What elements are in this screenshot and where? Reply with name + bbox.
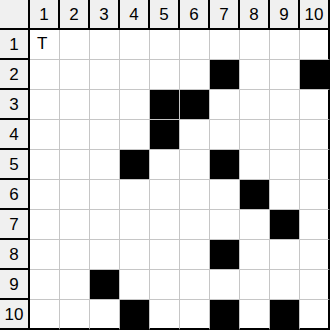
grid-cell-r8c6[interactable] — [180, 240, 210, 270]
grid-cell-r4c6[interactable] — [180, 120, 210, 150]
grid-cell-r8c8[interactable] — [240, 240, 270, 270]
grid-cell-r5c5[interactable] — [150, 150, 180, 180]
grid-cell-r7c9[interactable] — [270, 210, 300, 240]
grid-cell-r8c10[interactable] — [300, 240, 330, 270]
row-header-2: 2 — [0, 60, 30, 90]
grid-cell-r8c2[interactable] — [60, 240, 90, 270]
grid-cell-r5c4[interactable] — [120, 150, 150, 180]
grid-cell-r9c7[interactable] — [210, 270, 240, 300]
col-header-4: 4 — [120, 0, 150, 30]
row-header-6: 6 — [0, 180, 30, 210]
grid-cell-r4c7[interactable] — [210, 120, 240, 150]
grid-cell-r1c4[interactable] — [120, 30, 150, 60]
grid-cell-r7c3[interactable] — [90, 210, 120, 240]
grid-cell-r3c8[interactable] — [240, 90, 270, 120]
grid-cell-r8c3[interactable] — [90, 240, 120, 270]
grid-cell-r9c6[interactable] — [180, 270, 210, 300]
grid-cell-r5c3[interactable] — [90, 150, 120, 180]
grid-cell-r10c1[interactable] — [30, 300, 60, 330]
grid-cell-r4c2[interactable] — [60, 120, 90, 150]
grid-cell-r6c10[interactable] — [300, 180, 330, 210]
grid-cell-r3c3[interactable] — [90, 90, 120, 120]
grid-cell-r2c7[interactable] — [210, 60, 240, 90]
grid-cell-r4c9[interactable] — [270, 120, 300, 150]
grid-cell-r7c8[interactable] — [240, 210, 270, 240]
grid-cell-r3c1[interactable] — [30, 90, 60, 120]
grid-cell-r3c10[interactable] — [300, 90, 330, 120]
grid-cell-r10c8[interactable] — [240, 300, 270, 330]
grid-cell-r10c6[interactable] — [180, 300, 210, 330]
grid-cell-r9c1[interactable] — [30, 270, 60, 300]
grid-cell-r4c10[interactable] — [300, 120, 330, 150]
col-header-1: 1 — [30, 0, 60, 30]
grid-cell-r6c8[interactable] — [240, 180, 270, 210]
grid-cell-r6c3[interactable] — [90, 180, 120, 210]
grid-cell-r8c4[interactable] — [120, 240, 150, 270]
grid-cell-r9c3[interactable] — [90, 270, 120, 300]
grid-cell-r9c4[interactable] — [120, 270, 150, 300]
grid-cell-r6c9[interactable] — [270, 180, 300, 210]
grid-cell-r5c7[interactable] — [210, 150, 240, 180]
grid-cell-r7c2[interactable] — [60, 210, 90, 240]
grid-cell-r6c6[interactable] — [180, 180, 210, 210]
grid-cell-r10c7[interactable] — [210, 300, 240, 330]
col-header-8: 8 — [240, 0, 270, 30]
grid-cell-r7c7[interactable] — [210, 210, 240, 240]
grid-cell-r2c3[interactable] — [90, 60, 120, 90]
grid-cell-r5c9[interactable] — [270, 150, 300, 180]
grid-cell-r9c2[interactable] — [60, 270, 90, 300]
grid-cell-r7c10[interactable] — [300, 210, 330, 240]
row-header-5: 5 — [0, 150, 30, 180]
grid-cell-r2c6[interactable] — [180, 60, 210, 90]
row-header-7: 7 — [0, 210, 30, 240]
grid-cell-r7c1[interactable] — [30, 210, 60, 240]
grid-cell-r4c1[interactable] — [30, 120, 60, 150]
grid-cell-r1c10[interactable] — [300, 30, 330, 60]
grid-cell-r10c3[interactable] — [90, 300, 120, 330]
row-header-1: 1 — [0, 30, 30, 60]
grid-cell-r8c5[interactable] — [150, 240, 180, 270]
grid-cell-r5c1[interactable] — [30, 150, 60, 180]
col-header-3: 3 — [90, 0, 120, 30]
grid-cell-r10c4[interactable] — [120, 300, 150, 330]
grid-cell-r3c9[interactable] — [270, 90, 300, 120]
row-header-9: 9 — [0, 270, 30, 300]
grid-cell-r5c10[interactable] — [300, 150, 330, 180]
col-header-5: 5 — [150, 0, 180, 30]
grid-cell-r10c10[interactable] — [300, 300, 330, 330]
grid-cell-r3c2[interactable] — [60, 90, 90, 120]
grid-cell-r4c3[interactable] — [90, 120, 120, 150]
grid-cell-r7c4[interactable] — [120, 210, 150, 240]
grid-cell-r9c8[interactable] — [240, 270, 270, 300]
grid-cell-r5c2[interactable] — [60, 150, 90, 180]
grid-cell-r9c10[interactable] — [300, 270, 330, 300]
grid-cell-r1c9[interactable] — [270, 30, 300, 60]
grid-cell-r2c2[interactable] — [60, 60, 90, 90]
grid-cell-r10c5[interactable] — [150, 300, 180, 330]
grid-cell-r1c6[interactable] — [180, 30, 210, 60]
grid-cell-r6c1[interactable] — [30, 180, 60, 210]
grid-cell-r7c6[interactable] — [180, 210, 210, 240]
grid-cell-r5c8[interactable] — [240, 150, 270, 180]
grid-cell-r9c9[interactable] — [270, 270, 300, 300]
grid-cell-r1c8[interactable] — [240, 30, 270, 60]
row-header-3: 3 — [0, 90, 30, 120]
corner-cell — [0, 0, 30, 30]
grid-cell-r6c5[interactable] — [150, 180, 180, 210]
marker-cell-T[interactable]: T — [30, 30, 60, 60]
grid-cell-r4c8[interactable] — [240, 120, 270, 150]
grid-cell-r1c3[interactable] — [90, 30, 120, 60]
grid-cell-r2c8[interactable] — [240, 60, 270, 90]
row-header-4: 4 — [0, 120, 30, 150]
col-header-10: 10 — [300, 0, 330, 30]
grid-cell-r10c9[interactable] — [270, 300, 300, 330]
grid-cell-r8c7[interactable] — [210, 240, 240, 270]
grid-cell-r3c5[interactable] — [150, 90, 180, 120]
grid-cell-r6c7[interactable] — [210, 180, 240, 210]
col-header-7: 7 — [210, 0, 240, 30]
row-header-10: 10 — [0, 300, 30, 330]
grid-cell-r6c2[interactable] — [60, 180, 90, 210]
grid-cell-r2c5[interactable] — [150, 60, 180, 90]
grid-cell-r9c5[interactable] — [150, 270, 180, 300]
grid-cell-r2c4[interactable] — [120, 60, 150, 90]
grid-cell-r1c5[interactable] — [150, 30, 180, 60]
grid-cell-r2c9[interactable] — [270, 60, 300, 90]
grid-cell-r3c7[interactable] — [210, 90, 240, 120]
col-header-9: 9 — [270, 0, 300, 30]
grid-cell-r4c5[interactable] — [150, 120, 180, 150]
grid-cell-r3c4[interactable] — [120, 90, 150, 120]
grid-cell-r2c1[interactable] — [30, 60, 60, 90]
grid-cell-r3c6[interactable] — [180, 90, 210, 120]
grid-cell-r1c7[interactable] — [210, 30, 240, 60]
grid-cell-r5c6[interactable] — [180, 150, 210, 180]
col-header-2: 2 — [60, 0, 90, 30]
col-header-6: 6 — [180, 0, 210, 30]
grid-cell-r6c4[interactable] — [120, 180, 150, 210]
row-header-8: 8 — [0, 240, 30, 270]
grid-cell-r8c1[interactable] — [30, 240, 60, 270]
grid-cell-r7c5[interactable] — [150, 210, 180, 240]
grid-cell-r10c2[interactable] — [60, 300, 90, 330]
puzzle-board: 123456789101T2345678910 — [0, 0, 330, 330]
grid-cell-r8c9[interactable] — [270, 240, 300, 270]
grid-cell-r2c10[interactable] — [300, 60, 330, 90]
grid-cell-r4c4[interactable] — [120, 120, 150, 150]
grid-cell-r1c2[interactable] — [60, 30, 90, 60]
